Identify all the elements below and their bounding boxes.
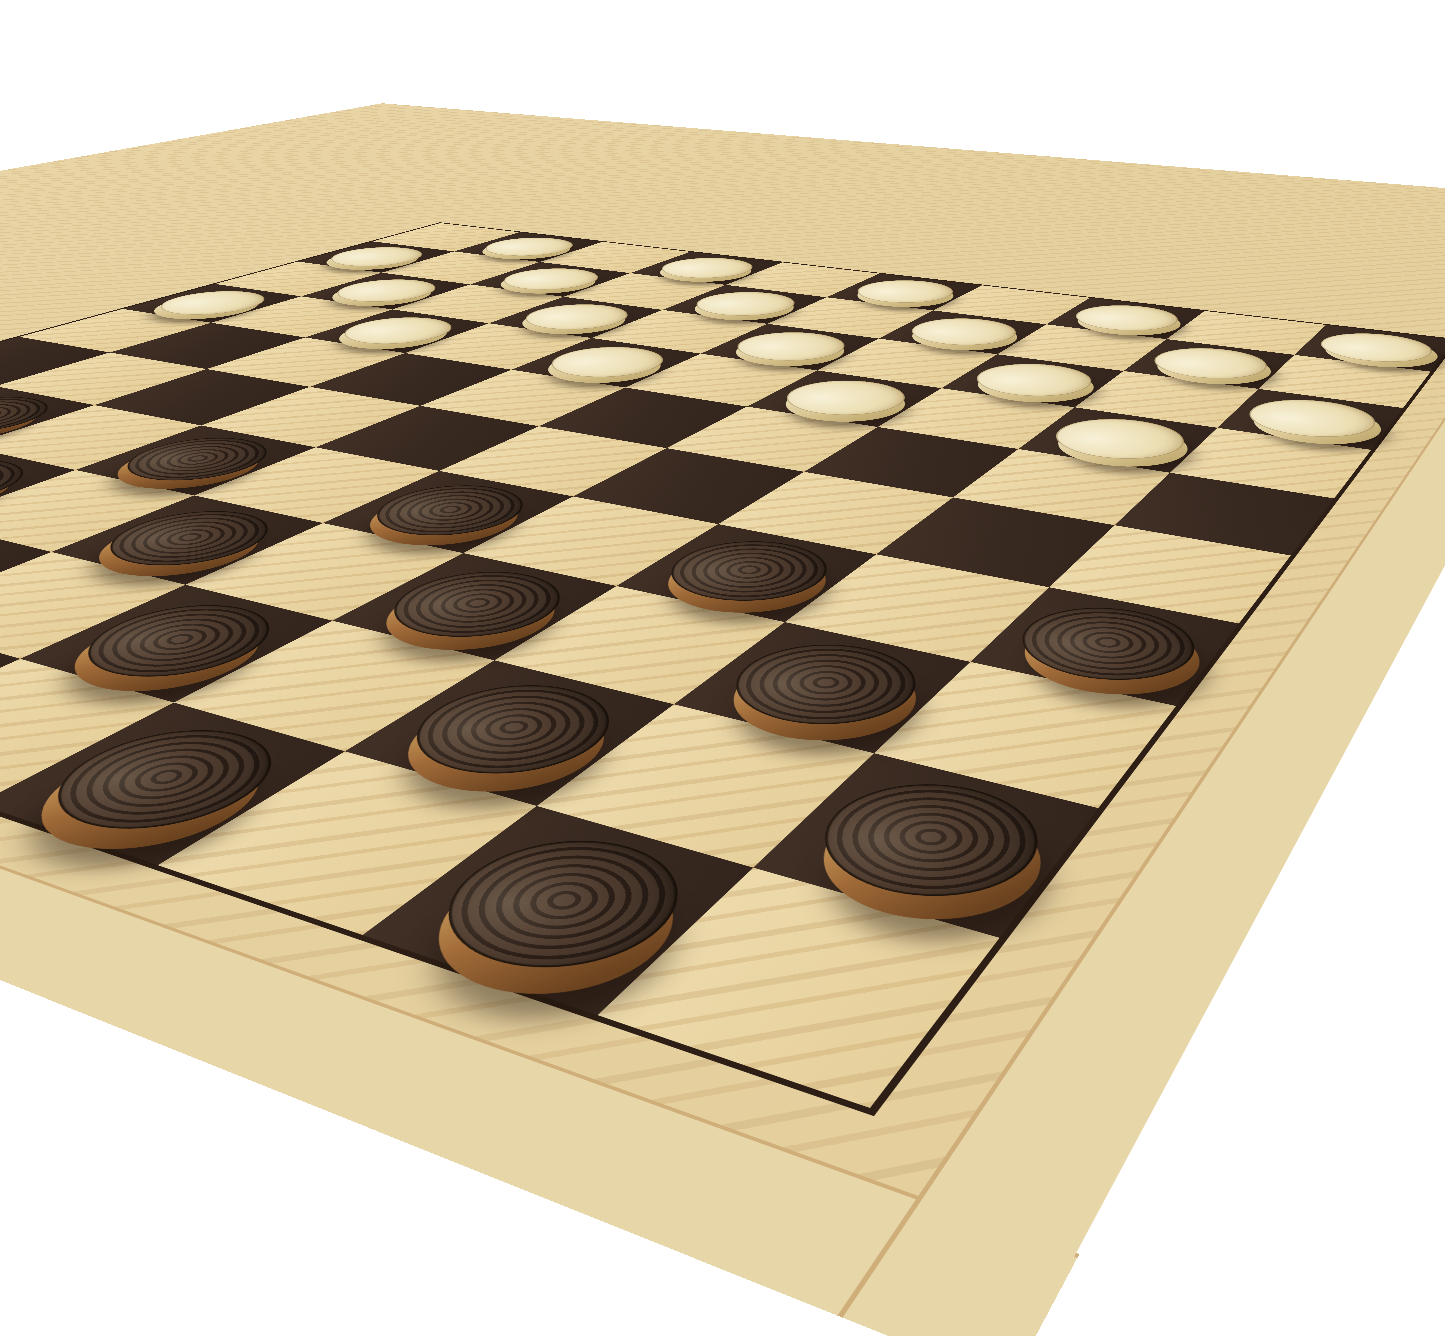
photo-viewport (0, 0, 1445, 1336)
checkers-board (0, 103, 1445, 1336)
